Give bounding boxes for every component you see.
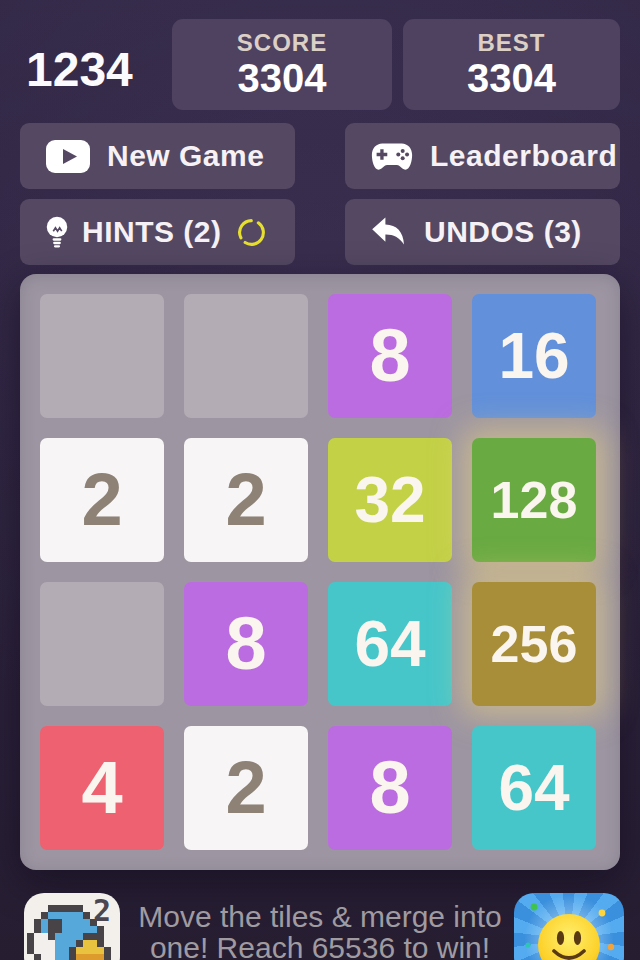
tile-8: 8 xyxy=(184,582,308,706)
banner-text: Move the tiles & merge into one! Reach 6… xyxy=(125,901,515,960)
gamepad-icon xyxy=(371,143,413,170)
leaderboard-label: Leaderboard xyxy=(430,139,617,173)
moves-count: 1234 xyxy=(26,42,133,97)
hint-spinner-icon xyxy=(236,217,267,248)
play-icon xyxy=(46,140,90,173)
empty-cell xyxy=(40,582,164,706)
best-box: BEST 3304 xyxy=(403,19,620,110)
score-value: 3304 xyxy=(238,58,327,98)
lightbulb-icon xyxy=(46,216,68,249)
new-game-label: New Game xyxy=(107,139,264,173)
undos-button[interactable]: UNDOS (3) xyxy=(345,199,620,265)
hints-button[interactable]: HINTS (2) xyxy=(20,199,295,265)
best-value: 3304 xyxy=(467,58,556,98)
score-box: SCORE 3304 xyxy=(172,19,392,110)
tile-8: 8 xyxy=(328,294,452,418)
tile-2: 2 xyxy=(184,726,308,850)
new-game-button[interactable]: New Game xyxy=(20,123,295,189)
hints-label: HINTS (2) xyxy=(82,215,222,249)
tile-2: 2 xyxy=(40,438,164,562)
empty-cell xyxy=(184,294,308,418)
tile-64: 64 xyxy=(328,582,452,706)
tile-2: 2 xyxy=(184,438,308,562)
score-label: SCORE xyxy=(237,31,327,55)
empty-cell xyxy=(40,294,164,418)
undo-arrow-icon xyxy=(371,216,407,249)
flappy-app-icon[interactable]: 2 xyxy=(24,893,120,960)
tile-256: 256 xyxy=(472,582,596,706)
best-label: BEST xyxy=(477,31,545,55)
banner-line1: Move the tiles & merge into xyxy=(125,901,515,932)
game-board[interactable]: 816223212886425642864 xyxy=(20,274,620,870)
tile-16: 16 xyxy=(472,294,596,418)
tile-128: 128 xyxy=(472,438,596,562)
smiley-app-icon[interactable] xyxy=(514,893,624,960)
leaderboard-button[interactable]: Leaderboard xyxy=(345,123,620,189)
banner-line2: one! Reach 65536 to win! xyxy=(125,932,515,960)
flappy-icon-badge: 2 xyxy=(93,893,111,928)
tile-64: 64 xyxy=(472,726,596,850)
undos-label: UNDOS (3) xyxy=(424,215,582,249)
tile-4: 4 xyxy=(40,726,164,850)
tile-8: 8 xyxy=(328,726,452,850)
tile-32: 32 xyxy=(328,438,452,562)
